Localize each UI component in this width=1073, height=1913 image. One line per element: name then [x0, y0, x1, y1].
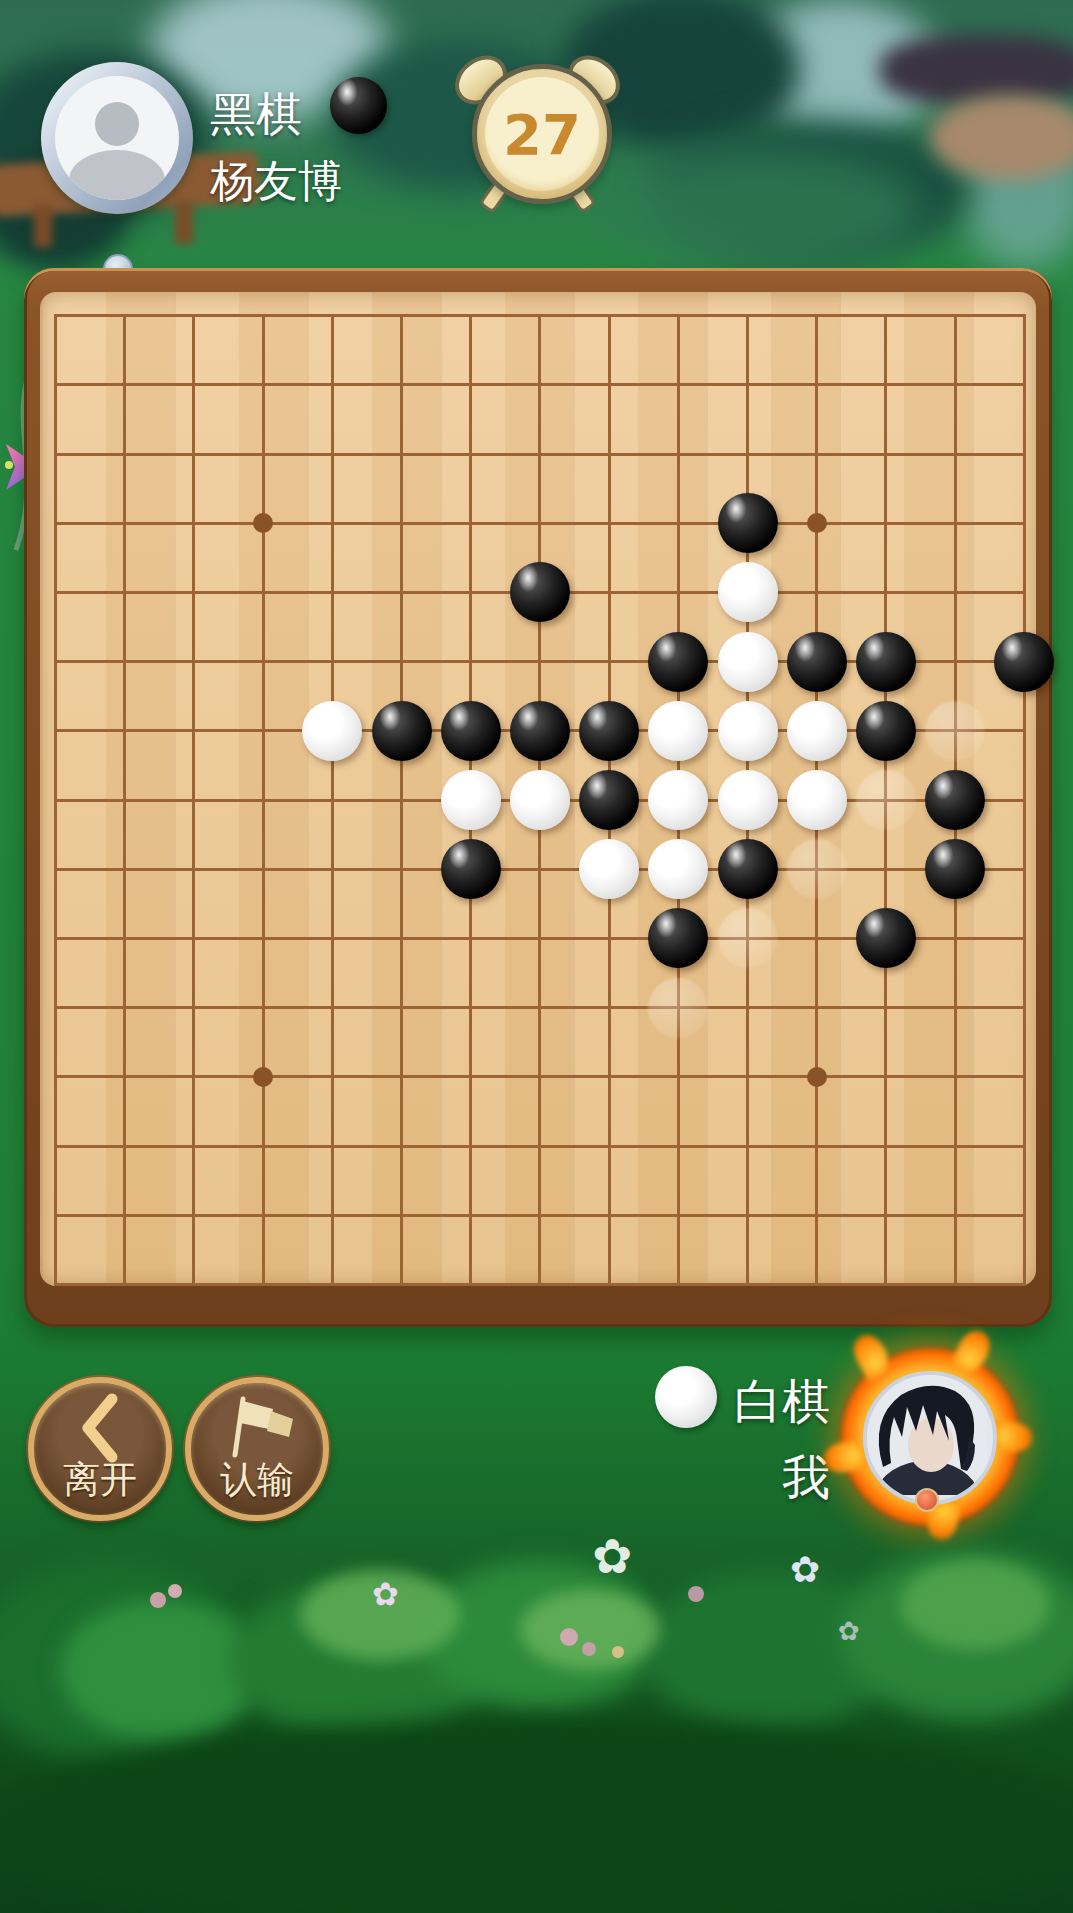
- flag-icon: [219, 1391, 295, 1463]
- flower-cluster: [560, 1628, 578, 1646]
- stone-white-4-10: [718, 562, 778, 622]
- stone-black-5-14: [994, 632, 1054, 692]
- star-point-3-11: [807, 513, 827, 533]
- leaf-cluster: [520, 1590, 660, 1670]
- flower: ✿: [372, 1578, 399, 1610]
- ground-shade: [0, 1720, 1073, 1913]
- flower: ✿: [790, 1552, 820, 1588]
- stone-black-9-12: [856, 908, 916, 968]
- avatar-bottom-gem-icon: [915, 1488, 939, 1512]
- anime-character-portrait: [867, 1375, 987, 1495]
- stone-white-7-10: [718, 770, 778, 830]
- flower-cluster: [168, 1584, 182, 1598]
- stone-black-7-8: [579, 770, 639, 830]
- person-silhouette-icon: [95, 102, 139, 146]
- resign-button[interactable]: 认输: [185, 1377, 329, 1521]
- opponent-name: 杨友博: [210, 152, 342, 211]
- opponent-side-label: 黑棋: [210, 84, 302, 146]
- stone-ghost-8-11: [787, 839, 847, 899]
- shelf-leg: [175, 202, 193, 244]
- leave-button[interactable]: 离开: [28, 1377, 172, 1521]
- stone-white-7-6: [441, 770, 501, 830]
- me-side-label: 白棋: [734, 1370, 830, 1434]
- white-stone-icon: [655, 1366, 717, 1428]
- stone-black-4-7: [510, 562, 570, 622]
- stone-white-6-11: [787, 701, 847, 761]
- stone-white-6-9: [648, 701, 708, 761]
- stone-white-7-9: [648, 770, 708, 830]
- stone-white-7-7: [510, 770, 570, 830]
- stone-black-3-10: [718, 493, 778, 553]
- person-silhouette-icon: [69, 150, 165, 200]
- bush: [60, 1600, 260, 1740]
- flower-cluster: [688, 1586, 704, 1602]
- stone-black-5-11: [787, 632, 847, 692]
- star-point-11-11: [807, 1067, 827, 1087]
- resign-button-label: 认输: [191, 1455, 323, 1505]
- star-point-11-3: [253, 1067, 273, 1087]
- stone-black-6-5: [372, 701, 432, 761]
- back-chevron-icon: [70, 1391, 130, 1465]
- timer-clock: 27: [455, 50, 620, 212]
- stone-black-6-7: [510, 701, 570, 761]
- shelf-leg: [34, 205, 52, 247]
- pagoda-roof: [880, 35, 1073, 105]
- opponent-avatar-photo: [55, 76, 179, 200]
- game-screen: 黑棋 杨友博 27 离开: [0, 0, 1073, 1913]
- star-point-3-3: [253, 513, 273, 533]
- leaf-cluster: [900, 1560, 1050, 1650]
- stone-black-9-9: [648, 908, 708, 968]
- stone-ghost-7-12: [856, 770, 916, 830]
- stone-ghost-10-9: [648, 978, 708, 1038]
- stone-black-6-6: [441, 701, 501, 761]
- leave-button-label: 离开: [34, 1455, 166, 1505]
- flower: ✿: [592, 1532, 632, 1580]
- board-frame: [24, 268, 1052, 1327]
- timer-value: 27: [503, 102, 581, 167]
- flower-cluster: [582, 1642, 596, 1656]
- stone-black-8-10: [718, 839, 778, 899]
- stone-white-5-10: [718, 632, 778, 692]
- stone-white-8-8: [579, 839, 639, 899]
- stone-white-7-11: [787, 770, 847, 830]
- opponent-avatar[interactable]: [41, 62, 193, 214]
- stone-white-6-4: [302, 701, 362, 761]
- stone-white-8-9: [648, 839, 708, 899]
- stone-black-6-8: [579, 701, 639, 761]
- stone-black-8-6: [441, 839, 501, 899]
- stone-black-5-12: [856, 632, 916, 692]
- stone-black-5-9: [648, 632, 708, 692]
- flower-cluster: [150, 1592, 166, 1608]
- stone-ghost-9-10: [718, 908, 778, 968]
- black-stone-icon: [330, 77, 387, 134]
- stone-black-8-13: [925, 839, 985, 899]
- stone-ghost-6-13: [925, 701, 985, 761]
- flower: ✿: [838, 1618, 860, 1644]
- stone-black-7-13: [925, 770, 985, 830]
- foliage: [600, 150, 920, 270]
- stone-white-6-10: [718, 701, 778, 761]
- flower-bud: [612, 1646, 624, 1658]
- stone-black-6-12: [856, 701, 916, 761]
- board-grid[interactable]: [54, 314, 1026, 1286]
- me-avatar[interactable]: [863, 1371, 997, 1505]
- clock-face: 27: [472, 64, 612, 204]
